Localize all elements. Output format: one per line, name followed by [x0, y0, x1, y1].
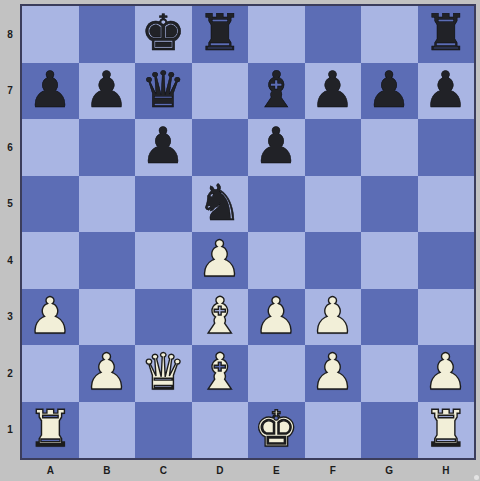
square-d5[interactable]: ♞ [192, 176, 249, 233]
piece-white-rook-h1[interactable]: ♜ [423, 404, 468, 454]
square-h7[interactable]: ♟ [418, 63, 475, 120]
square-d6[interactable] [192, 119, 249, 176]
rank-label-5: 5 [0, 176, 20, 233]
rank-label-4: 4 [0, 232, 20, 289]
square-b3[interactable] [79, 289, 136, 346]
square-a7[interactable]: ♟ [22, 63, 79, 120]
piece-black-pawn-g7[interactable]: ♟ [367, 65, 412, 115]
rank-label-1: 1 [0, 402, 20, 459]
square-f4[interactable] [305, 232, 362, 289]
piece-black-bishop-e7[interactable]: ♝ [254, 65, 299, 115]
piece-black-pawn-b7[interactable]: ♟ [84, 65, 129, 115]
square-c1[interactable] [135, 402, 192, 459]
piece-white-pawn-d4[interactable]: ♟ [197, 234, 242, 284]
square-h2[interactable]: ♟ [418, 345, 475, 402]
square-d4[interactable]: ♟ [192, 232, 249, 289]
rank-label-8: 8 [0, 6, 20, 63]
square-c2[interactable]: ♛ [135, 345, 192, 402]
piece-black-rook-h8[interactable]: ♜ [423, 8, 468, 58]
square-b7[interactable]: ♟ [79, 63, 136, 120]
square-f3[interactable]: ♟ [305, 289, 362, 346]
square-h8[interactable]: ♜ [418, 6, 475, 63]
file-label-g: G [361, 460, 418, 480]
square-a4[interactable] [22, 232, 79, 289]
square-e7[interactable]: ♝ [248, 63, 305, 120]
square-a5[interactable] [22, 176, 79, 233]
square-d3[interactable]: ♝ [192, 289, 249, 346]
square-a2[interactable] [22, 345, 79, 402]
square-b4[interactable] [79, 232, 136, 289]
file-label-e: E [248, 460, 305, 480]
piece-black-king-c8[interactable]: ♚ [141, 8, 186, 58]
rank-label-7: 7 [0, 63, 20, 120]
piece-black-pawn-a7[interactable]: ♟ [28, 65, 73, 115]
square-g3[interactable] [361, 289, 418, 346]
piece-white-rook-a1[interactable]: ♜ [28, 404, 73, 454]
square-h5[interactable] [418, 176, 475, 233]
rank-label-2: 2 [0, 345, 20, 402]
piece-black-rook-d8[interactable]: ♜ [197, 8, 242, 58]
file-label-c: C [135, 460, 192, 480]
square-b5[interactable] [79, 176, 136, 233]
piece-black-pawn-c6[interactable]: ♟ [141, 121, 186, 171]
square-b2[interactable]: ♟ [79, 345, 136, 402]
square-e5[interactable] [248, 176, 305, 233]
piece-white-pawn-b2[interactable]: ♟ [84, 347, 129, 397]
square-a1[interactable]: ♜ [22, 402, 79, 459]
square-f1[interactable] [305, 402, 362, 459]
square-c8[interactable]: ♚ [135, 6, 192, 63]
piece-white-bishop-d3[interactable]: ♝ [197, 291, 242, 341]
piece-white-queen-c2[interactable]: ♛ [141, 347, 186, 397]
square-g1[interactable] [361, 402, 418, 459]
square-e6[interactable]: ♟ [248, 119, 305, 176]
piece-white-bishop-d2[interactable]: ♝ [197, 347, 242, 397]
square-g2[interactable] [361, 345, 418, 402]
square-h3[interactable] [418, 289, 475, 346]
square-e2[interactable] [248, 345, 305, 402]
file-label-a: A [22, 460, 79, 480]
square-h6[interactable] [418, 119, 475, 176]
square-g6[interactable] [361, 119, 418, 176]
square-c6[interactable]: ♟ [135, 119, 192, 176]
square-a3[interactable]: ♟ [22, 289, 79, 346]
square-e4[interactable] [248, 232, 305, 289]
square-b8[interactable] [79, 6, 136, 63]
square-g7[interactable]: ♟ [361, 63, 418, 120]
square-f8[interactable] [305, 6, 362, 63]
piece-white-pawn-h2[interactable]: ♟ [423, 347, 468, 397]
piece-black-knight-d5[interactable]: ♞ [197, 178, 242, 228]
piece-white-pawn-f2[interactable]: ♟ [310, 347, 355, 397]
square-c5[interactable] [135, 176, 192, 233]
chess-board: ♚♜♜♟♟♛♝♟♟♟♟♟♞♟♟♝♟♟♟♛♝♟♟♜♚♜ [20, 4, 476, 460]
piece-black-pawn-h7[interactable]: ♟ [423, 65, 468, 115]
rank-label-6: 6 [0, 119, 20, 176]
piece-black-pawn-e6[interactable]: ♟ [254, 121, 299, 171]
file-label-b: B [79, 460, 136, 480]
square-e3[interactable]: ♟ [248, 289, 305, 346]
square-f6[interactable] [305, 119, 362, 176]
rank-label-3: 3 [0, 289, 20, 346]
square-a8[interactable] [22, 6, 79, 63]
square-h4[interactable] [418, 232, 475, 289]
file-label-d: D [192, 460, 249, 480]
rank-labels: 87654321 [0, 6, 20, 458]
square-d2[interactable]: ♝ [192, 345, 249, 402]
square-g8[interactable] [361, 6, 418, 63]
square-f5[interactable] [305, 176, 362, 233]
square-h1[interactable]: ♜ [418, 402, 475, 459]
piece-black-pawn-f7[interactable]: ♟ [310, 65, 355, 115]
square-b6[interactable] [79, 119, 136, 176]
square-d8[interactable]: ♜ [192, 6, 249, 63]
file-label-f: F [305, 460, 362, 480]
square-c3[interactable] [135, 289, 192, 346]
square-d1[interactable] [192, 402, 249, 459]
file-label-h: H [418, 460, 475, 480]
square-f2[interactable]: ♟ [305, 345, 362, 402]
square-e1[interactable]: ♚ [248, 402, 305, 459]
square-e8[interactable] [248, 6, 305, 63]
piece-white-pawn-a3[interactable]: ♟ [28, 291, 73, 341]
piece-black-queen-c7[interactable]: ♛ [141, 65, 186, 115]
square-g4[interactable] [361, 232, 418, 289]
file-labels: ABCDEFGH [22, 460, 474, 480]
piece-white-king-e1[interactable]: ♚ [254, 404, 299, 454]
piece-white-pawn-e3[interactable]: ♟ [254, 291, 299, 341]
square-g5[interactable] [361, 176, 418, 233]
square-f7[interactable]: ♟ [305, 63, 362, 120]
square-b1[interactable] [79, 402, 136, 459]
square-a6[interactable] [22, 119, 79, 176]
square-c7[interactable]: ♛ [135, 63, 192, 120]
corner-dot [474, 475, 479, 480]
piece-white-pawn-f3[interactable]: ♟ [310, 291, 355, 341]
square-d7[interactable] [192, 63, 249, 120]
square-c4[interactable] [135, 232, 192, 289]
